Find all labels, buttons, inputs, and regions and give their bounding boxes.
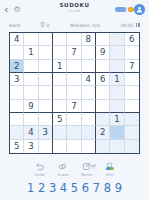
cell-r8c2[interactable]: 4 — [24, 126, 38, 139]
cell-r8c6[interactable] — [82, 126, 96, 139]
cell-r7c7[interactable] — [96, 113, 110, 126]
cell-r6c9[interactable] — [125, 100, 139, 113]
cell-r7c6[interactable] — [82, 113, 96, 126]
cell-r6c3[interactable] — [39, 100, 53, 113]
undo-icon — [35, 162, 44, 171]
cell-r8c3[interactable]: 3 — [39, 126, 53, 139]
numpad-8[interactable]: 8 — [104, 182, 111, 194]
cell-r7c2[interactable] — [24, 113, 38, 126]
numpad-7[interactable]: 7 — [93, 182, 100, 194]
notes-label: Notes — [81, 172, 92, 177]
score-group: 0 — [40, 22, 49, 28]
cell-r6c4[interactable] — [53, 100, 67, 113]
cell-r9c5[interactable] — [67, 140, 81, 153]
cell-r2c2[interactable]: 1 — [24, 46, 38, 59]
cell-r1c6[interactable]: 8 — [82, 33, 96, 46]
sudoku-board: 4861792173461975143253 — [9, 32, 140, 154]
cell-r2c7[interactable]: 9 — [96, 46, 110, 59]
top-bar: ‹ ⚙ SUDOKU CLUB — [0, 0, 149, 17]
cell-r4c9[interactable] — [125, 73, 139, 86]
cell-r4c3[interactable] — [39, 73, 53, 86]
cell-r3c9[interactable]: 7 — [125, 60, 139, 73]
cell-r4c5[interactable] — [67, 73, 81, 86]
cell-r2c6[interactable] — [82, 46, 96, 59]
coin-icon — [128, 7, 134, 13]
cell-r2c3[interactable] — [39, 46, 53, 59]
cell-r8c8[interactable] — [110, 126, 124, 139]
trophy-icon — [40, 22, 45, 28]
cell-r6c2[interactable]: 9 — [24, 100, 38, 113]
cell-r4c2[interactable] — [24, 73, 38, 86]
back-icon[interactable]: ‹ — [4, 5, 8, 15]
cell-r5c7[interactable] — [96, 86, 110, 99]
cell-r5c1[interactable] — [10, 86, 24, 99]
cell-r9c3[interactable] — [39, 140, 53, 153]
hint-label: Hint — [106, 172, 114, 177]
cell-r3c6[interactable] — [82, 60, 96, 73]
cell-r1c1[interactable]: 4 — [10, 33, 24, 46]
cell-r8c4[interactable] — [53, 126, 67, 139]
cell-r6c8[interactable] — [110, 100, 124, 113]
cell-r2c9[interactable] — [125, 46, 139, 59]
cell-r1c4[interactable] — [53, 33, 67, 46]
cell-r7c5[interactable] — [67, 113, 81, 126]
number-pad: 123456789 — [27, 182, 122, 194]
cell-r8c9[interactable] — [125, 126, 139, 139]
numpad-4[interactable]: 4 — [60, 182, 67, 194]
cell-r2c5[interactable]: 7 — [67, 46, 81, 59]
cell-r4c8[interactable]: 1 — [110, 73, 124, 86]
cell-r3c8[interactable] — [110, 60, 124, 73]
cell-r2c8[interactable] — [110, 46, 124, 59]
eraser-icon — [58, 162, 67, 171]
numpad-3[interactable]: 3 — [49, 182, 56, 194]
cell-r9c6[interactable] — [82, 140, 96, 153]
cell-r5c3[interactable] — [39, 86, 53, 99]
numpad-1[interactable]: 1 — [27, 182, 34, 194]
cell-r7c3[interactable] — [39, 113, 53, 126]
cell-r1c2[interactable] — [24, 33, 38, 46]
undo-label: Undo — [35, 172, 45, 177]
cell-r3c1[interactable]: 2 — [10, 60, 24, 73]
cell-r9c8[interactable] — [110, 140, 124, 153]
cell-r9c4[interactable] — [53, 140, 67, 153]
cell-r6c5[interactable]: 7 — [67, 100, 81, 113]
cell-r9c2[interactable]: 3 — [24, 140, 38, 153]
timer-group: 00:05 — [121, 22, 140, 28]
cell-r4c7[interactable]: 6 — [96, 73, 110, 86]
person-icon — [136, 6, 143, 13]
cell-r8c1[interactable] — [10, 126, 24, 139]
cell-r3c7[interactable] — [96, 60, 110, 73]
cell-r3c4[interactable]: 1 — [53, 60, 67, 73]
mistakes-counter: Mistakes: 0/3 — [70, 23, 100, 28]
cell-r2c1[interactable] — [10, 46, 24, 59]
cell-r1c9[interactable]: 6 — [125, 33, 139, 46]
cell-r7c1[interactable] — [10, 113, 24, 126]
settings-gear-icon[interactable]: ⚙ — [13, 5, 20, 14]
avatar[interactable] — [134, 4, 145, 15]
cell-r5c4[interactable] — [53, 86, 67, 99]
cell-r5c9[interactable] — [125, 86, 139, 99]
cell-r6c7[interactable] — [96, 100, 110, 113]
cell-r2c4[interactable] — [53, 46, 67, 59]
erase-label: Erase — [58, 172, 69, 177]
erase-button[interactable]: Erase — [58, 162, 69, 177]
cell-r6c1[interactable] — [10, 100, 24, 113]
cell-r7c9[interactable] — [125, 113, 139, 126]
hint-button[interactable]: Hint — [105, 162, 114, 177]
hint-ad-badge — [106, 167, 114, 171]
cell-r4c6[interactable]: 4 — [82, 73, 96, 86]
notes-button[interactable]: OFF Notes — [81, 162, 92, 177]
undo-button[interactable]: Undo — [35, 162, 45, 177]
cell-r9c7[interactable] — [96, 140, 110, 153]
cell-r1c8[interactable] — [110, 33, 124, 46]
numpad-5[interactable]: 5 — [71, 182, 78, 194]
cell-r1c7[interactable] — [96, 33, 110, 46]
cell-r6c6[interactable] — [82, 100, 96, 113]
cell-r7c4[interactable]: 5 — [53, 113, 67, 126]
timer-value: 00:05 — [121, 23, 134, 28]
numpad-6[interactable]: 6 — [82, 182, 89, 194]
cell-r9c9[interactable] — [125, 140, 139, 153]
notes-off-badge: OFF — [89, 165, 97, 169]
numpad-9[interactable]: 9 — [115, 182, 122, 194]
xp-progress-fill — [115, 7, 126, 12]
pause-button[interactable] — [136, 22, 140, 28]
cell-r4c1[interactable]: 3 — [10, 73, 24, 86]
difficulty-label[interactable]: Hard — [9, 23, 20, 28]
cell-r3c2[interactable] — [24, 60, 38, 73]
score-value: 0 — [46, 23, 49, 28]
cell-r1c3[interactable] — [39, 33, 53, 46]
cell-r5c6[interactable] — [82, 86, 96, 99]
cell-r4c4[interactable] — [53, 73, 67, 86]
xp-progress-bar — [115, 7, 132, 12]
cell-r8c7[interactable]: 2 — [96, 126, 110, 139]
cell-r3c3[interactable] — [39, 60, 53, 73]
numpad-2[interactable]: 2 — [38, 182, 45, 194]
cell-r3c5[interactable] — [67, 60, 81, 73]
cell-r5c5[interactable] — [67, 86, 81, 99]
cell-r7c8[interactable]: 1 — [110, 113, 124, 126]
status-bar: Hard 0 Mistakes: 0/3 00:05 — [9, 22, 140, 28]
cell-r8c5[interactable] — [67, 126, 81, 139]
cell-r9c1[interactable]: 5 — [10, 140, 24, 153]
cell-r1c5[interactable] — [67, 33, 81, 46]
cell-r5c2[interactable] — [24, 86, 38, 99]
toolbar: Undo Erase OFF Notes Hint — [0, 162, 149, 177]
cell-r5c8[interactable] — [110, 86, 124, 99]
